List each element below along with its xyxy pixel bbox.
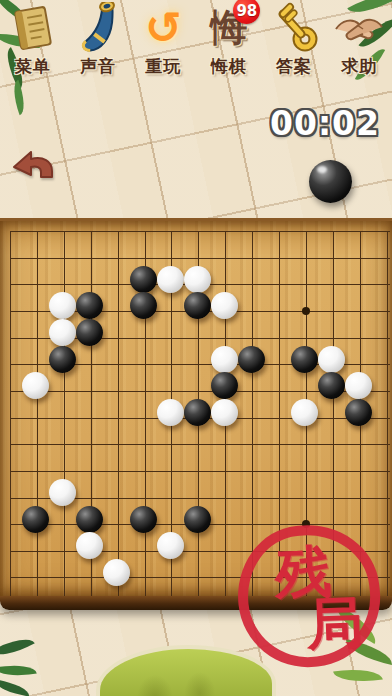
menu-button[interactable]: 菜单 — [0, 0, 65, 86]
white-stone — [49, 292, 76, 319]
black-stone — [22, 506, 49, 533]
white-stone — [22, 372, 49, 399]
white-stone — [211, 292, 238, 319]
board-front-edge — [0, 596, 392, 610]
hoshi-point — [302, 520, 310, 528]
hoshi-point — [302, 307, 310, 315]
grass-mound — [96, 645, 276, 696]
black-stone — [184, 506, 211, 533]
key-icon — [269, 0, 319, 56]
black-stone — [184, 292, 211, 319]
white-stone — [157, 399, 184, 426]
board-face[interactable] — [0, 218, 392, 596]
white-stone — [318, 346, 345, 373]
undo-label: 悔棋 — [211, 56, 247, 76]
white-stone — [157, 266, 184, 293]
white-stone — [49, 479, 76, 506]
white-stone — [49, 319, 76, 346]
grid-line-v — [279, 231, 280, 596]
black-stone — [345, 399, 372, 426]
undo-count-badge: 98 — [233, 0, 260, 24]
white-stone — [291, 399, 318, 426]
help-label: 求助 — [341, 56, 377, 76]
black-stone — [130, 292, 157, 319]
grid-line-v — [118, 231, 119, 596]
go-board[interactable] — [0, 218, 392, 608]
help-button[interactable]: 求助 — [327, 0, 392, 86]
black-stone — [211, 372, 238, 399]
grid-line-v — [37, 231, 38, 596]
grid-line-v — [387, 231, 388, 596]
replay-swirl-icon: ↺ — [145, 0, 182, 56]
replay-label: 重玩 — [145, 56, 181, 76]
turn-indicator-black-stone — [309, 160, 352, 203]
scroll-icon — [10, 0, 56, 56]
sound-label: 声音 — [80, 56, 116, 76]
go-endgame-screen: { "game": "go", "app": { "toolbar": [ {"… — [0, 0, 392, 696]
white-stone — [211, 399, 238, 426]
grid-line-v — [10, 231, 11, 596]
black-stone — [76, 506, 103, 533]
black-stone — [318, 372, 345, 399]
white-stone — [211, 346, 238, 373]
black-stone — [291, 346, 318, 373]
black-stone — [76, 292, 103, 319]
menu-label: 菜单 — [15, 56, 51, 76]
grid-line-v — [64, 231, 65, 596]
toolbar: 菜单 声音 ↺ 重玩 悔 98 悔棋 — [0, 0, 392, 86]
answer-label: 答案 — [276, 56, 312, 76]
timer: 00:02 — [270, 104, 380, 143]
white-stone — [103, 559, 130, 586]
black-stone — [184, 399, 211, 426]
white-stone — [76, 532, 103, 559]
grid-line-v — [333, 231, 334, 596]
horn-icon — [73, 0, 123, 56]
black-stone — [130, 266, 157, 293]
white-stone — [157, 532, 184, 559]
white-stone — [184, 266, 211, 293]
sound-button[interactable]: 声音 — [65, 0, 130, 86]
replay-button[interactable]: ↺ 重玩 — [131, 0, 196, 86]
answer-button[interactable]: 答案 — [261, 0, 326, 86]
grid-line-v — [252, 231, 253, 596]
white-stone — [345, 372, 372, 399]
black-stone — [130, 506, 157, 533]
handshake-icon — [332, 0, 386, 56]
undo-button[interactable]: 悔 98 悔棋 — [196, 0, 261, 86]
black-stone — [76, 319, 103, 346]
black-stone — [49, 346, 76, 373]
back-button[interactable] — [10, 140, 58, 186]
black-stone — [238, 346, 265, 373]
